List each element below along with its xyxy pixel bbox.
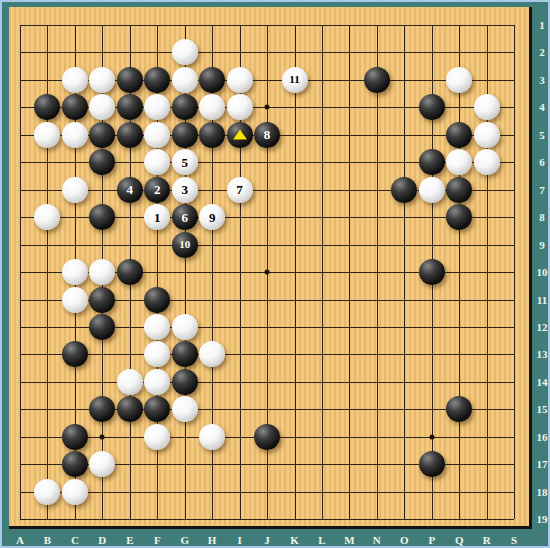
stone-black-N3[interactable] <box>364 67 390 93</box>
row-label-18: 18 <box>537 486 548 498</box>
column-label-G: G <box>180 534 189 546</box>
grid-line-vertical <box>514 25 515 519</box>
row-label-17: 17 <box>537 458 548 470</box>
stone-black-D6[interactable] <box>89 149 115 175</box>
stone-white-D3[interactable] <box>89 67 115 93</box>
row-label-12: 12 <box>537 321 548 333</box>
move-number: 5 <box>181 156 188 169</box>
stone-black-E7[interactable]: 4 <box>117 177 143 203</box>
stone-black-G14[interactable] <box>172 369 198 395</box>
stone-white-C11[interactable] <box>62 287 88 313</box>
stone-black-C17[interactable] <box>62 451 88 477</box>
row-label-16: 16 <box>537 431 548 443</box>
stone-white-Q6[interactable] <box>446 149 472 175</box>
stone-black-E4[interactable] <box>117 94 143 120</box>
column-label-S: S <box>511 534 517 546</box>
triangle-marker-icon <box>233 129 247 139</box>
stone-black-E15[interactable] <box>117 396 143 422</box>
stone-white-C10[interactable] <box>62 259 88 285</box>
grid-line-vertical <box>377 25 378 519</box>
stone-white-P7[interactable] <box>419 177 445 203</box>
stone-white-C5[interactable] <box>62 122 88 148</box>
row-label-2: 2 <box>539 46 545 58</box>
move-number: 10 <box>179 239 190 250</box>
stone-black-D11[interactable] <box>89 287 115 313</box>
stone-white-G3[interactable] <box>172 67 198 93</box>
row-label-10: 10 <box>537 266 548 278</box>
stone-white-F8[interactable]: 1 <box>144 204 170 230</box>
column-label-I: I <box>237 534 241 546</box>
stone-black-C4[interactable] <box>62 94 88 120</box>
stone-black-J5[interactable]: 8 <box>254 122 280 148</box>
stone-black-P4[interactable] <box>419 94 445 120</box>
row-label-7: 7 <box>539 184 545 196</box>
stone-white-C18[interactable] <box>62 479 88 505</box>
column-label-C: C <box>71 534 79 546</box>
column-label-B: B <box>44 534 51 546</box>
stone-black-P10[interactable] <box>419 259 445 285</box>
column-label-R: R <box>483 534 491 546</box>
star-point <box>429 434 434 439</box>
stone-white-G15[interactable] <box>172 396 198 422</box>
grid-line-vertical <box>404 25 405 519</box>
stone-white-F13[interactable] <box>144 341 170 367</box>
move-number: 6 <box>181 211 188 224</box>
stone-white-H16[interactable] <box>199 424 225 450</box>
stone-black-F11[interactable] <box>144 287 170 313</box>
row-label-9: 9 <box>539 239 545 251</box>
stone-white-I3[interactable] <box>227 67 253 93</box>
grid-line-horizontal <box>20 354 514 355</box>
move-number: 8 <box>264 128 271 141</box>
move-number: 9 <box>209 211 216 224</box>
row-label-15: 15 <box>537 403 548 415</box>
column-label-A: A <box>16 534 24 546</box>
stone-black-Q15[interactable] <box>446 396 472 422</box>
stone-white-I7[interactable]: 7 <box>227 177 253 203</box>
row-label-5: 5 <box>539 129 545 141</box>
stone-black-G9[interactable]: 10 <box>172 232 198 258</box>
column-label-K: K <box>290 534 299 546</box>
stone-white-F12[interactable] <box>144 314 170 340</box>
stone-white-B5[interactable] <box>34 122 60 148</box>
stone-black-F7[interactable]: 2 <box>144 177 170 203</box>
stone-black-C13[interactable] <box>62 341 88 367</box>
stone-black-Q7[interactable] <box>446 177 472 203</box>
stone-white-H13[interactable] <box>199 341 225 367</box>
stone-white-F4[interactable] <box>144 94 170 120</box>
stone-white-D17[interactable] <box>89 451 115 477</box>
grid-line-vertical <box>295 25 296 519</box>
stone-black-D15[interactable] <box>89 396 115 422</box>
stone-white-D10[interactable] <box>89 259 115 285</box>
go-board-diagram: 1185423716910 ABCDEFGHIJKLMNOPQRS1234567… <box>0 0 550 548</box>
stone-white-R4[interactable] <box>474 94 500 120</box>
stone-white-C7[interactable] <box>62 177 88 203</box>
stone-white-H4[interactable] <box>199 94 225 120</box>
column-label-N: N <box>373 534 381 546</box>
star-point <box>265 105 270 110</box>
move-number: 1 <box>154 211 161 224</box>
row-label-8: 8 <box>539 211 545 223</box>
stone-white-H8[interactable]: 9 <box>199 204 225 230</box>
stone-black-C16[interactable] <box>62 424 88 450</box>
stone-white-F6[interactable] <box>144 149 170 175</box>
column-label-F: F <box>154 534 161 546</box>
column-label-J: J <box>264 534 270 546</box>
stone-white-F14[interactable] <box>144 369 170 395</box>
grid-line-horizontal <box>20 492 514 493</box>
stone-black-D12[interactable] <box>89 314 115 340</box>
stone-black-O7[interactable] <box>391 177 417 203</box>
stone-white-R5[interactable] <box>474 122 500 148</box>
stone-black-H5[interactable] <box>199 122 225 148</box>
column-label-E: E <box>126 534 133 546</box>
stone-white-I4[interactable] <box>227 94 253 120</box>
move-number: 2 <box>154 183 161 196</box>
row-label-6: 6 <box>539 156 545 168</box>
stone-black-I5[interactable] <box>227 122 253 148</box>
stone-black-Q8[interactable] <box>446 204 472 230</box>
stone-black-G4[interactable] <box>172 94 198 120</box>
stone-black-J16[interactable] <box>254 424 280 450</box>
stone-black-G5[interactable] <box>172 122 198 148</box>
row-label-14: 14 <box>537 376 548 388</box>
stone-white-C3[interactable] <box>62 67 88 93</box>
grid-line-vertical <box>322 25 323 519</box>
stone-white-Q3[interactable] <box>446 67 472 93</box>
row-label-19: 19 <box>537 513 548 525</box>
row-label-13: 13 <box>537 348 548 360</box>
stone-black-H3[interactable] <box>199 67 225 93</box>
column-label-H: H <box>208 534 217 546</box>
grid-line-horizontal <box>20 382 514 383</box>
move-number: 4 <box>127 183 134 196</box>
stone-white-G7[interactable]: 3 <box>172 177 198 203</box>
stone-white-G2[interactable] <box>172 39 198 65</box>
stone-black-E10[interactable] <box>117 259 143 285</box>
grid-line-horizontal <box>20 519 514 520</box>
stone-white-G6[interactable]: 5 <box>172 149 198 175</box>
stone-black-E3[interactable] <box>117 67 143 93</box>
star-point <box>265 270 270 275</box>
grid-line-vertical <box>459 25 460 519</box>
stone-white-B18[interactable] <box>34 479 60 505</box>
row-label-1: 1 <box>539 19 545 31</box>
column-label-D: D <box>98 534 106 546</box>
stone-black-D5[interactable] <box>89 122 115 148</box>
stone-black-G13[interactable] <box>172 341 198 367</box>
stone-black-D8[interactable] <box>89 204 115 230</box>
stone-black-F15[interactable] <box>144 396 170 422</box>
move-number: 11 <box>289 74 299 85</box>
column-label-L: L <box>318 534 325 546</box>
stone-black-G8[interactable]: 6 <box>172 204 198 230</box>
column-label-M: M <box>344 534 354 546</box>
stone-white-B8[interactable] <box>34 204 60 230</box>
stone-black-P6[interactable] <box>419 149 445 175</box>
stone-white-R6[interactable] <box>474 149 500 175</box>
stone-white-F16[interactable] <box>144 424 170 450</box>
column-label-Q: Q <box>455 534 464 546</box>
grid-line-vertical <box>349 25 350 519</box>
move-number: 3 <box>181 183 188 196</box>
stone-white-E14[interactable] <box>117 369 143 395</box>
stone-black-F3[interactable] <box>144 67 170 93</box>
stone-white-F5[interactable] <box>144 122 170 148</box>
star-point <box>100 434 105 439</box>
stone-black-E5[interactable] <box>117 122 143 148</box>
stone-white-K3[interactable]: 11 <box>282 67 308 93</box>
row-label-11: 11 <box>537 294 547 306</box>
stone-black-B4[interactable] <box>34 94 60 120</box>
move-number: 7 <box>236 183 243 196</box>
column-label-O: O <box>400 534 409 546</box>
row-label-4: 4 <box>539 101 545 113</box>
row-label-3: 3 <box>539 74 545 86</box>
stone-white-G12[interactable] <box>172 314 198 340</box>
stone-black-P17[interactable] <box>419 451 445 477</box>
stone-white-D4[interactable] <box>89 94 115 120</box>
stone-black-Q5[interactable] <box>446 122 472 148</box>
column-label-P: P <box>428 534 435 546</box>
